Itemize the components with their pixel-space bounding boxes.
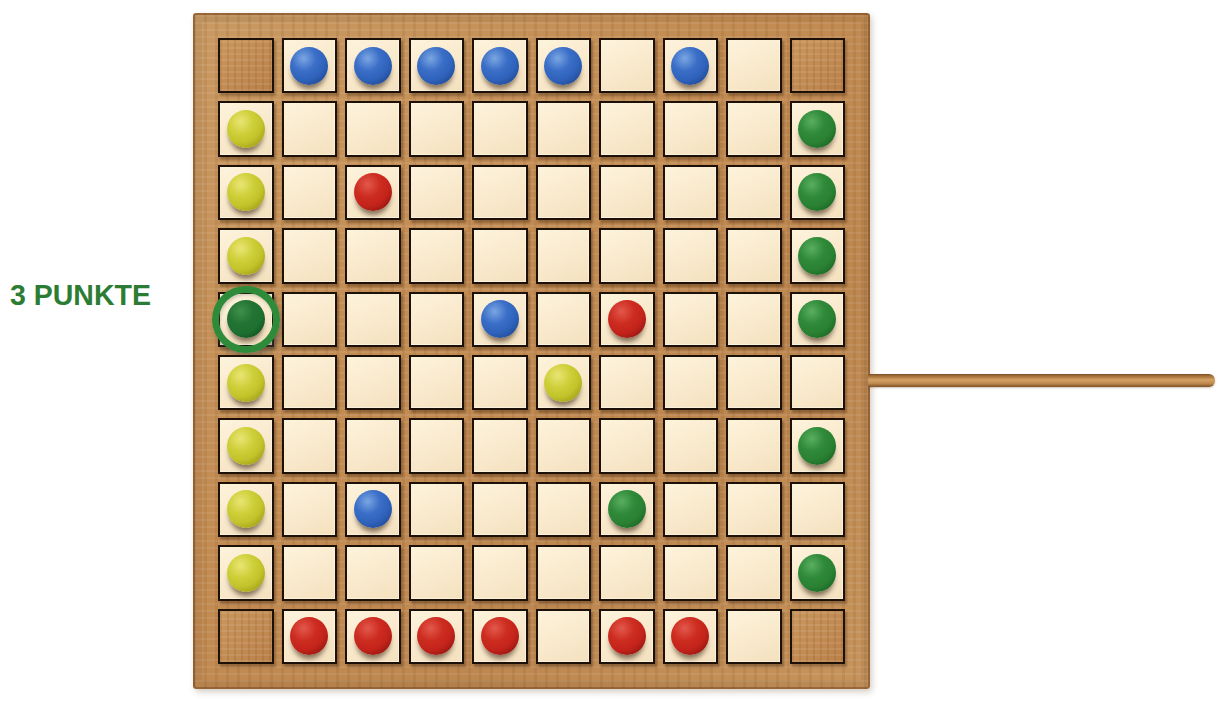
- corner-block: [218, 609, 274, 664]
- board-cell-r2c1[interactable]: [218, 101, 274, 156]
- board-cell-r5c6[interactable]: [536, 292, 592, 347]
- blue-marble[interactable]: [417, 47, 455, 85]
- board-cell-r9c3[interactable]: [345, 545, 401, 600]
- board-cell-r7c2[interactable]: [282, 418, 338, 473]
- board-cell-r5c9[interactable]: [726, 292, 782, 347]
- blue-marble[interactable]: [671, 47, 709, 85]
- board-cell-r5c1[interactable]: [218, 292, 274, 347]
- red-marble[interactable]: [481, 617, 519, 655]
- board-cell-r6c2[interactable]: [282, 355, 338, 410]
- board-cell-r3c9[interactable]: [726, 165, 782, 220]
- green-marble[interactable]: [798, 427, 836, 465]
- red-marble[interactable]: [354, 173, 392, 211]
- board-cell-r3c8[interactable]: [663, 165, 719, 220]
- board-cell-r7c6[interactable]: [536, 418, 592, 473]
- board-cell-r3c10[interactable]: [790, 165, 846, 220]
- board-cell-r7c8[interactable]: [663, 418, 719, 473]
- blue-marble[interactable]: [481, 47, 519, 85]
- yellow-marble[interactable]: [227, 490, 265, 528]
- board-cell-r4c5[interactable]: [472, 228, 528, 283]
- board-cell-r5c4[interactable]: [409, 292, 465, 347]
- board-cell-r9c4[interactable]: [409, 545, 465, 600]
- board-cell-r4c10[interactable]: [790, 228, 846, 283]
- board-cell-r3c7[interactable]: [599, 165, 655, 220]
- yellow-marble[interactable]: [227, 554, 265, 592]
- red-marble[interactable]: [608, 617, 646, 655]
- board-cell-r4c1[interactable]: [218, 228, 274, 283]
- board-cell-r8c8[interactable]: [663, 482, 719, 537]
- green-marble[interactable]: [798, 300, 836, 338]
- board-cell-r1c9[interactable]: [726, 38, 782, 93]
- board-cell-r6c5[interactable]: [472, 355, 528, 410]
- board-cell-r9c8[interactable]: [663, 545, 719, 600]
- green-marble[interactable]: [798, 110, 836, 148]
- board-cell-r7c5[interactable]: [472, 418, 528, 473]
- board-cell-r3c1[interactable]: [218, 165, 274, 220]
- board-cell-r3c3[interactable]: [345, 165, 401, 220]
- board-cell-r8c7[interactable]: [599, 482, 655, 537]
- board-cell-r8c3[interactable]: [345, 482, 401, 537]
- board-cell-r9c5[interactable]: [472, 545, 528, 600]
- board-cell-r10c4[interactable]: [409, 609, 465, 664]
- red-marble[interactable]: [608, 300, 646, 338]
- board-cell-r9c10[interactable]: [790, 545, 846, 600]
- board-cell-r10c8[interactable]: [663, 609, 719, 664]
- corner-block: [790, 38, 846, 93]
- board-cell-r4c3[interactable]: [345, 228, 401, 283]
- board-cell-r2c7[interactable]: [599, 101, 655, 156]
- corner-block: [218, 38, 274, 93]
- red-marble[interactable]: [290, 617, 328, 655]
- yellow-marble[interactable]: [227, 173, 265, 211]
- board-cell-r2c6[interactable]: [536, 101, 592, 156]
- green-marble[interactable]: [608, 490, 646, 528]
- board-cell-r7c7[interactable]: [599, 418, 655, 473]
- blue-marble[interactable]: [354, 47, 392, 85]
- board-cell-r7c3[interactable]: [345, 418, 401, 473]
- green-marble[interactable]: [798, 554, 836, 592]
- board-cell-r1c3[interactable]: [345, 38, 401, 93]
- yellow-marble[interactable]: [227, 237, 265, 275]
- green-marble[interactable]: [798, 237, 836, 275]
- board-cell-r6c4[interactable]: [409, 355, 465, 410]
- board-cell-r2c3[interactable]: [345, 101, 401, 156]
- board-cell-r9c6[interactable]: [536, 545, 592, 600]
- corner-block: [790, 609, 846, 664]
- board-cell-r5c5[interactable]: [472, 292, 528, 347]
- board-cell-r3c2[interactable]: [282, 165, 338, 220]
- board-cell-r8c6[interactable]: [536, 482, 592, 537]
- board-cell-r6c7[interactable]: [599, 355, 655, 410]
- game-board: [193, 13, 870, 689]
- board-cell-r4c9[interactable]: [726, 228, 782, 283]
- board-cell-r8c9[interactable]: [726, 482, 782, 537]
- blue-marble[interactable]: [354, 490, 392, 528]
- board-cell-r2c8[interactable]: [663, 101, 719, 156]
- board-cell-r1c2[interactable]: [282, 38, 338, 93]
- board-cell-r10c6[interactable]: [536, 609, 592, 664]
- board-cell-r8c10[interactable]: [790, 482, 846, 537]
- board-cell-r5c8[interactable]: [663, 292, 719, 347]
- board-cell-r1c5[interactable]: [472, 38, 528, 93]
- board-cell-r2c10[interactable]: [790, 101, 846, 156]
- board-cell-r4c6[interactable]: [536, 228, 592, 283]
- board-cell-r2c4[interactable]: [409, 101, 465, 156]
- board-cell-r3c6[interactable]: [536, 165, 592, 220]
- board-cell-r3c4[interactable]: [409, 165, 465, 220]
- board-cell-r7c10[interactable]: [790, 418, 846, 473]
- board-cell-r4c7[interactable]: [599, 228, 655, 283]
- wooden-stick[interactable]: [868, 374, 1215, 387]
- red-marble[interactable]: [417, 617, 455, 655]
- board-cell-r1c7[interactable]: [599, 38, 655, 93]
- board-cell-r10c9[interactable]: [726, 609, 782, 664]
- board-cell-r3c5[interactable]: [472, 165, 528, 220]
- yellow-marble[interactable]: [227, 110, 265, 148]
- board-cell-r5c2[interactable]: [282, 292, 338, 347]
- board-cell-r9c7[interactable]: [599, 545, 655, 600]
- board-cell-r6c6[interactable]: [536, 355, 592, 410]
- board-cell-r8c5[interactable]: [472, 482, 528, 537]
- board-cell-r2c5[interactable]: [472, 101, 528, 156]
- blue-marble[interactable]: [544, 47, 582, 85]
- board-cell-r1c8[interactable]: [663, 38, 719, 93]
- board-cell-r4c2[interactable]: [282, 228, 338, 283]
- board-grid: [218, 38, 845, 664]
- board-cell-r6c1[interactable]: [218, 355, 274, 410]
- yellow-marble[interactable]: [544, 364, 582, 402]
- board-cell-r1c4[interactable]: [409, 38, 465, 93]
- board-cell-r9c1[interactable]: [218, 545, 274, 600]
- board-cell-r7c9[interactable]: [726, 418, 782, 473]
- board-cell-r10c7[interactable]: [599, 609, 655, 664]
- red-marble[interactable]: [671, 617, 709, 655]
- board-cell-r2c2[interactable]: [282, 101, 338, 156]
- board-cell-r10c3[interactable]: [345, 609, 401, 664]
- board-cell-r6c8[interactable]: [663, 355, 719, 410]
- board-cell-r7c4[interactable]: [409, 418, 465, 473]
- board-cell-r5c3[interactable]: [345, 292, 401, 347]
- board-cell-r7c1[interactable]: [218, 418, 274, 473]
- board-cell-r6c3[interactable]: [345, 355, 401, 410]
- board-cell-r8c1[interactable]: [218, 482, 274, 537]
- board-cell-r1c6[interactable]: [536, 38, 592, 93]
- board-cell-r10c5[interactable]: [472, 609, 528, 664]
- board-cell-r10c2[interactable]: [282, 609, 338, 664]
- board-cell-r6c10[interactable]: [790, 355, 846, 410]
- board-cell-r5c7[interactable]: [599, 292, 655, 347]
- board-cell-r8c2[interactable]: [282, 482, 338, 537]
- yellow-marble[interactable]: [227, 364, 265, 402]
- board-cell-r4c4[interactable]: [409, 228, 465, 283]
- scene: 3 PUNKTE: [0, 0, 1221, 701]
- board-cell-r2c9[interactable]: [726, 101, 782, 156]
- board-cell-r9c9[interactable]: [726, 545, 782, 600]
- board-cell-r5c10[interactable]: [790, 292, 846, 347]
- green-marble[interactable]: [798, 173, 836, 211]
- board-cell-r8c4[interactable]: [409, 482, 465, 537]
- yellow-marble[interactable]: [227, 427, 265, 465]
- board-cell-r4c8[interactable]: [663, 228, 719, 283]
- board-cell-r9c2[interactable]: [282, 545, 338, 600]
- blue-marble[interactable]: [290, 47, 328, 85]
- dark-green-marble[interactable]: [227, 300, 265, 338]
- red-marble[interactable]: [354, 617, 392, 655]
- score-label: 3 PUNKTE: [10, 278, 172, 312]
- board-cell-r6c9[interactable]: [726, 355, 782, 410]
- blue-marble[interactable]: [481, 300, 519, 338]
